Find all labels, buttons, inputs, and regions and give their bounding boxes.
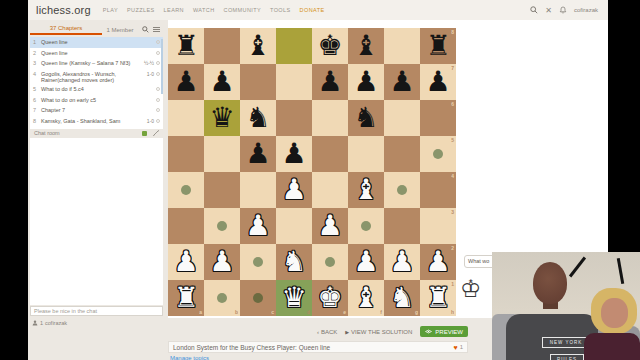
square-b8[interactable] [204, 28, 240, 64]
nav-donate[interactable]: DONATE [300, 7, 325, 13]
square-b4[interactable] [204, 172, 240, 208]
chapter-title: What to do on early c5 [41, 97, 152, 103]
chapter-number: 3 [33, 60, 41, 66]
white-pawn-g2[interactable]: ♟ [384, 244, 420, 280]
move-dest-dot-e2[interactable] [325, 257, 335, 267]
square-h5[interactable]: 5 [420, 136, 456, 172]
square-c8[interactable]: ♝ [240, 28, 276, 64]
chapter-result: ½-½ [144, 60, 154, 66]
chapter-number: 6 [33, 97, 41, 103]
square-c2[interactable] [240, 244, 276, 280]
black-queen-b6[interactable]: ♛ [204, 100, 240, 136]
file-label-g: g [415, 309, 418, 315]
woman-face [601, 298, 628, 328]
black-pawn-f7[interactable]: ♟ [348, 64, 384, 100]
square-g6[interactable] [384, 100, 420, 136]
chapter-status-icon[interactable] [156, 87, 160, 91]
chevron-left-icon: ‹ [317, 329, 319, 335]
square-d7[interactable] [276, 64, 312, 100]
square-a5[interactable] [168, 136, 204, 172]
square-a1[interactable]: ♜a [168, 280, 204, 316]
black-knight-f6[interactable]: ♞ [348, 100, 384, 136]
chapter-number: 8 [33, 118, 41, 124]
square-b3[interactable] [204, 208, 240, 244]
chapter-status-icon[interactable] [156, 51, 160, 55]
square-g4[interactable] [384, 172, 420, 208]
move-dest-dot-f3[interactable] [361, 221, 371, 231]
black-pawn-a7[interactable]: ♟ [168, 64, 204, 100]
chat-toggle[interactable] [142, 131, 147, 136]
chapter-row[interactable]: 1Queen line [30, 37, 163, 48]
square-g3[interactable] [384, 208, 420, 244]
square-e6[interactable] [312, 100, 348, 136]
square-b7[interactable]: ♟ [204, 64, 240, 100]
square-a6[interactable] [168, 100, 204, 136]
clock-hand [569, 257, 586, 278]
preview-button[interactable]: PREVIEW [420, 326, 468, 337]
black-bishop-c8[interactable]: ♝ [240, 28, 276, 64]
shirt-text: NEW YORK [542, 337, 590, 348]
square-f4[interactable]: ♝ [348, 172, 384, 208]
square-c7[interactable] [240, 64, 276, 100]
square-a7[interactable]: ♟ [168, 64, 204, 100]
square-d6[interactable] [276, 100, 312, 136]
move-dest-dot-b3[interactable] [217, 221, 227, 231]
chapter-title: Queen line [41, 50, 152, 56]
white-king-icon: ♔ [460, 275, 482, 303]
square-h6[interactable]: 6 [420, 100, 456, 136]
lichess-logo[interactable]: lichess.org [36, 4, 91, 16]
woman-torso [584, 333, 640, 360]
square-e7[interactable]: ♟ [312, 64, 348, 100]
puzzle-controls: ‹ BACK ▶ VIEW THE SOLUTION PREVIEW [168, 324, 468, 339]
square-h8[interactable]: ♜8 [420, 28, 456, 64]
chapter-row[interactable]: 4Gogolis, Alexandros - Wunsch, Rainer(ch… [30, 69, 163, 85]
chapter-row[interactable]: 7Chapter 7 [30, 105, 163, 116]
chapter-status-icon[interactable] [156, 108, 160, 112]
file-label-d: d [307, 309, 310, 315]
search-icon[interactable] [530, 6, 538, 14]
chapter-title: Kamsky, Gata - Shankland, Sam [41, 118, 145, 124]
square-a8[interactable]: ♜ [168, 28, 204, 64]
chat-messages [30, 138, 163, 305]
white-pawn-a2[interactable]: ♟ [168, 244, 204, 280]
file-label-f: f [380, 309, 382, 315]
file-label-a: a [199, 309, 202, 315]
chapter-status-icon[interactable] [156, 119, 160, 123]
close-icon[interactable]: ✕ [545, 6, 552, 15]
chapter-result: 1-0 [147, 118, 154, 124]
square-b5[interactable] [204, 136, 240, 172]
square-e4[interactable] [312, 172, 348, 208]
square-g8[interactable] [384, 28, 420, 64]
nav-watch[interactable]: WATCH [193, 7, 215, 13]
chapter-number: 7 [33, 107, 41, 113]
chapter-title: What to do if 5.c4 [41, 86, 152, 92]
chapter-row[interactable]: 3Queen line (Kamsky – Salana 7 Nf3)½-½ [30, 58, 163, 69]
square-e5[interactable] [312, 136, 348, 172]
white-pawn-b2[interactable]: ♟ [204, 244, 240, 280]
move-dest-dot-a4[interactable] [181, 185, 191, 195]
white-bishop-f1[interactable]: ♝ [348, 280, 384, 316]
back-button[interactable]: ‹ BACK [317, 329, 337, 335]
chat-settings-icon[interactable] [152, 129, 160, 137]
study-title-bar: London System for the Busy Chess Player:… [168, 341, 468, 353]
eye-icon [425, 329, 432, 334]
presence-count: 1 [40, 320, 43, 326]
white-knight-d2[interactable]: ♞ [276, 244, 312, 280]
square-f1[interactable]: ♝f [348, 280, 384, 316]
webcam-overlay: NEW YORK RULES [492, 252, 640, 360]
move-dest-dot-c1[interactable] [253, 293, 263, 303]
square-c5[interactable]: ♟ [240, 136, 276, 172]
square-f8[interactable]: ♝ [348, 28, 384, 64]
study-title: London System for the Busy Chess Player:… [169, 344, 454, 351]
black-pawn-b7[interactable]: ♟ [204, 64, 240, 100]
chapter-number: 4 [33, 71, 41, 77]
black-pawn-c5[interactable]: ♟ [240, 136, 276, 172]
square-b1[interactable]: b [204, 280, 240, 316]
like-button[interactable]: ♥ 1 [454, 344, 468, 351]
black-knight-c6[interactable]: ♞ [240, 100, 276, 136]
move-dest-dot-b1[interactable] [217, 293, 227, 303]
square-b2[interactable]: ♟ [204, 244, 240, 280]
chapter-status-icon[interactable] [156, 98, 160, 102]
square-f7[interactable]: ♟ [348, 64, 384, 100]
rank-label-5: 5 [451, 137, 454, 143]
study-sidebar-tabs: 37 Chapters 1 Member [30, 23, 163, 36]
bell-icon[interactable] [559, 6, 567, 14]
shirt-text-2: RULES [550, 354, 584, 360]
menu-icon[interactable] [153, 26, 160, 33]
square-d4[interactable]: ♟ [276, 172, 312, 208]
chapter-scrollbar[interactable] [161, 39, 163, 94]
chapter-number: 5 [33, 86, 41, 92]
chapter-title: Queen line (Kamsky – Salana 7 Nf3) [41, 60, 142, 66]
chapter-status-icon[interactable] [156, 72, 160, 76]
square-h7[interactable]: ♟7 [420, 64, 456, 100]
move-dest-dot-h5[interactable] [433, 149, 443, 159]
chat-header: Chat room [30, 129, 163, 137]
square-e2[interactable] [312, 244, 348, 280]
square-c6[interactable]: ♞ [240, 100, 276, 136]
file-label-c: c [271, 309, 274, 315]
square-c4[interactable] [240, 172, 276, 208]
black-pawn-e7[interactable]: ♟ [312, 64, 348, 100]
square-a2[interactable]: ♟ [168, 244, 204, 280]
nav-puzzles[interactable]: PUZZLES [127, 7, 155, 13]
square-d5[interactable]: ♟ [276, 136, 312, 172]
chapter-result: 1-0 [147, 71, 154, 77]
white-pawn-d4[interactable]: ♟ [276, 172, 312, 208]
rank-label-4: 4 [451, 173, 454, 179]
chapter-row[interactable]: 6What to do on early c5 [30, 95, 163, 106]
main-nav: PLAY PUZZLES LEARN WATCH COMMUNITY TOOLS… [103, 7, 325, 13]
black-pawn-g7[interactable]: ♟ [384, 64, 420, 100]
tab-chapters[interactable]: 37 Chapters [30, 25, 102, 35]
clock-hand [617, 258, 624, 284]
chapter-number: 1 [33, 39, 41, 45]
white-bishop-f4[interactable]: ♝ [348, 172, 384, 208]
file-label-e: e [343, 309, 346, 315]
square-h3[interactable]: 3 [420, 208, 456, 244]
chapter-title: Chapter 7 [41, 107, 152, 113]
square-b6[interactable]: ♛ [204, 100, 240, 136]
square-h1[interactable]: ♜1h [420, 280, 456, 316]
square-f5[interactable] [348, 136, 384, 172]
chapter-status-icon[interactable] [156, 61, 160, 65]
man-face [533, 262, 567, 304]
white-pawn-e3[interactable]: ♟ [312, 208, 348, 244]
like-count: 1 [460, 344, 463, 350]
nav-learn[interactable]: LEARN [164, 7, 184, 13]
square-g1[interactable]: ♞g [384, 280, 420, 316]
square-g2[interactable]: ♟ [384, 244, 420, 280]
rank-label-2: 2 [451, 245, 454, 251]
user-menu[interactable]: cofirazak [574, 7, 598, 13]
chapter-title: Gogolis, Alexandros - Wunsch, Rainer(cha… [41, 71, 145, 84]
black-bishop-f8[interactable]: ♝ [348, 28, 384, 64]
square-c1[interactable]: c [240, 280, 276, 316]
square-h2[interactable]: ♟2 [420, 244, 456, 280]
square-g5[interactable] [384, 136, 420, 172]
black-pawn-d5[interactable]: ♟ [276, 136, 312, 172]
person-icon [32, 320, 38, 326]
black-king-e8[interactable]: ♚ [312, 28, 348, 64]
black-rook-a8[interactable]: ♜ [168, 28, 204, 64]
chat-input[interactable]: Please be nice in the chat [30, 306, 163, 316]
rank-label-1: 1 [451, 281, 454, 287]
presence-user[interactable]: cofirazak [45, 320, 67, 326]
chapter-row[interactable]: 2Queen line [30, 48, 163, 59]
chat-presence: 1 cofirazak [32, 320, 67, 326]
rank-label-8: 8 [451, 29, 454, 35]
square-a3[interactable] [168, 208, 204, 244]
rank-label-7: 7 [451, 65, 454, 71]
square-f6[interactable]: ♞ [348, 100, 384, 136]
chapter-list: 1Queen line2Queen line3Queen line (Kamsk… [30, 37, 163, 129]
chess-board[interactable]: ♜♝♚♝♜8♟♟♟♟♟♟7♛♞♞6♟♟5♟♝4♟♟3♟♟♞♟♟♟2♜abc♛d♚… [168, 28, 456, 316]
chapter-status-icon[interactable] [156, 40, 160, 44]
rank-label-6: 6 [451, 101, 454, 107]
tab-members[interactable]: 1 Member [102, 27, 138, 33]
square-g7[interactable]: ♟ [384, 64, 420, 100]
square-h4[interactable]: 4 [420, 172, 456, 208]
square-d8[interactable] [276, 28, 312, 64]
nav-tools[interactable]: TOOLS [270, 7, 291, 13]
heart-icon: ♥ [454, 344, 458, 351]
square-d3[interactable] [276, 208, 312, 244]
square-a4[interactable] [168, 172, 204, 208]
top-bar: lichess.org PLAY PUZZLES LEARN WATCH COM… [28, 0, 608, 20]
chapter-title: Queen line [41, 39, 152, 45]
file-label-b: b [235, 309, 238, 315]
square-d1[interactable]: ♛d [276, 280, 312, 316]
chat-room-label: Chat room [34, 130, 142, 136]
white-pawn-f2[interactable]: ♟ [348, 244, 384, 280]
square-d2[interactable]: ♞ [276, 244, 312, 280]
move-dest-dot-g4[interactable] [397, 185, 407, 195]
move-dest-dot-c2[interactable] [253, 257, 263, 267]
manage-topics-link[interactable]: Manage topics [170, 355, 209, 360]
play-icon: ▶ [345, 329, 349, 335]
square-e8[interactable]: ♚ [312, 28, 348, 64]
square-f3[interactable] [348, 208, 384, 244]
square-f2[interactable]: ♟ [348, 244, 384, 280]
chapter-row[interactable]: 8Kamsky, Gata - Shankland, Sam1-0 [30, 116, 163, 127]
square-e1[interactable]: ♚e [312, 280, 348, 316]
nav-community[interactable]: COMMUNITY [224, 7, 262, 13]
rank-label-3: 3 [451, 209, 454, 215]
nav-play[interactable]: PLAY [103, 7, 118, 13]
chapter-row[interactable]: 5What to do if 5.c4 [30, 84, 163, 95]
file-label-h: h [451, 309, 454, 315]
chapter-number: 2 [33, 50, 41, 56]
view-solution-button[interactable]: ▶ VIEW THE SOLUTION [345, 329, 412, 335]
chapter-search-icon[interactable] [142, 26, 149, 33]
white-pawn-c3[interactable]: ♟ [240, 208, 276, 244]
square-c3[interactable]: ♟ [240, 208, 276, 244]
square-e3[interactable]: ♟ [312, 208, 348, 244]
